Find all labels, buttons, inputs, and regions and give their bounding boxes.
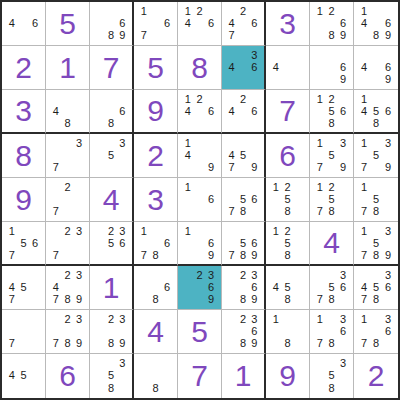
candidate-slot-8 (18, 249, 30, 261)
candidate-slot-7 (226, 338, 237, 350)
candidate-slot-1: 1 (358, 93, 370, 105)
candidate-slot-7: 7 (226, 206, 237, 218)
candidate-slot-9: 9 (249, 249, 260, 261)
candidate-slot-8: 8 (326, 30, 338, 42)
candidate-slot-1: 1 (314, 181, 326, 193)
candidate-slot-9 (73, 206, 85, 218)
candidate-slot-8 (18, 30, 30, 42)
cell-r7c4[interactable]: 68 (134, 266, 178, 310)
candidate-slot-4 (270, 325, 282, 337)
candidate-slot-9 (205, 206, 217, 218)
candidate-slot-3: 3 (337, 269, 349, 281)
candidate-slot-9 (117, 249, 128, 261)
cell-r8c6[interactable]: 23689 (222, 310, 266, 354)
candidate-slot-6 (337, 193, 349, 205)
candidate-slot-1: 1 (358, 5, 370, 17)
candidate-slot-1: 1 (182, 93, 194, 105)
cell-r8c1[interactable]: 7 (2, 310, 46, 354)
candidate-slot-2 (237, 49, 248, 61)
candidate-slot-3 (293, 225, 305, 237)
candidate-slot-9 (382, 294, 394, 306)
cell-r7c3[interactable]: 1 (90, 266, 134, 310)
candidate-slot-4 (94, 325, 105, 337)
candidate-slot-8: 8 (105, 30, 116, 42)
candidate-slot-9 (161, 249, 173, 261)
candidate-slot-1 (226, 225, 237, 237)
cell-r8c5[interactable]: 5 (178, 310, 222, 354)
candidate-slot-1 (314, 357, 326, 370)
cell-r1c2[interactable]: 5 (46, 2, 90, 46)
candidate-slot-6: 6 (249, 325, 260, 337)
candidate-slot-2: 2 (282, 181, 294, 193)
candidate-slot-8: 8 (326, 338, 338, 350)
candidate-slot-4: 4 (270, 281, 282, 293)
candidate-slot-1 (226, 137, 237, 149)
cell-r1c6[interactable]: 2467 (222, 2, 266, 46)
cell-r7c8[interactable]: 35678 (310, 266, 354, 310)
candidate-slot-9 (29, 382, 41, 395)
candidate-slot-1 (270, 269, 282, 281)
cell-r2c5[interactable]: 8 (178, 46, 222, 90)
candidate-slot-6: 6 (161, 237, 173, 249)
candidate-slot-6: 6 (161, 281, 173, 293)
cell-r6c1[interactable]: 1567 (2, 222, 46, 266)
cell-r2c4[interactable]: 5 (134, 46, 178, 90)
candidate-slot-5: 5 (18, 237, 30, 249)
cell-r3c5[interactable]: 1246 (178, 90, 222, 134)
candidate-slot-4 (138, 281, 150, 293)
candidate-slot-8: 8 (370, 249, 382, 261)
candidate-slot-6 (293, 281, 305, 293)
candidate-slot-2 (194, 181, 206, 193)
candidate-slot-5: 5 (370, 149, 382, 161)
cell-r5c8[interactable]: 12578 (310, 178, 354, 222)
cell-r8c3[interactable]: 2389 (90, 310, 134, 354)
candidate-slot-6: 6 (337, 325, 349, 337)
candidate-slot-6 (337, 149, 349, 161)
candidate-slot-8: 8 (150, 382, 162, 395)
candidate-slot-8: 8 (237, 249, 248, 261)
candidate-slot-1: 1 (314, 5, 326, 17)
candidate-slot-1 (226, 181, 237, 193)
cell-r3c2[interactable]: 48 (46, 90, 90, 134)
candidate-slot-2 (326, 313, 338, 325)
candidate-slot-9 (337, 117, 349, 129)
solved-digit: 3 (147, 185, 164, 215)
candidate-slot-8 (194, 162, 206, 174)
candidate-slot-3 (205, 181, 217, 193)
cell-r1c9[interactable]: 14689 (354, 2, 398, 46)
candidate-slot-6 (117, 149, 128, 161)
candidate-slot-9: 9 (382, 30, 394, 42)
candidate-slot-3 (205, 225, 217, 237)
candidate-slot-4: 4 (358, 281, 370, 293)
candidate-slot-2 (150, 5, 162, 17)
candidate-slot-3: 3 (249, 313, 260, 325)
candidate-slot-4 (358, 325, 370, 337)
candidate-slot-5: 5 (282, 237, 294, 249)
candidate-slot-9 (249, 30, 260, 42)
candidate-slot-4 (6, 237, 18, 249)
cell-r1c1[interactable]: 46 (2, 2, 46, 46)
candidate-slot-6: 6 (161, 17, 173, 29)
cell-r3c7[interactable]: 7 (266, 90, 310, 134)
candidate-slot-5 (370, 325, 382, 337)
cell-r9c6[interactable]: 1 (222, 354, 266, 398)
cell-r4c4[interactable]: 2 (134, 134, 178, 178)
cell-r5c2[interactable]: 27 (46, 178, 90, 222)
candidate-slot-2 (62, 93, 74, 105)
cell-r6c8[interactable]: 4 (310, 222, 354, 266)
cell-r5c6[interactable]: 5678 (222, 178, 266, 222)
candidate-slot-1 (6, 5, 18, 17)
cell-r2c3[interactable]: 7 (90, 46, 134, 90)
candidate-slot-1 (226, 5, 237, 17)
candidate-slot-2 (105, 93, 116, 105)
candidate-slot-8 (370, 162, 382, 174)
cell-r5c1[interactable]: 9 (2, 178, 46, 222)
candidate-slot-9 (337, 382, 349, 395)
candidate-slot-8: 8 (237, 294, 248, 306)
candidate-slot-6: 6 (205, 105, 217, 117)
cell-r3c4[interactable]: 9 (134, 90, 178, 134)
candidate-slot-8 (62, 206, 74, 218)
candidate-slot-3 (293, 49, 305, 61)
candidate-slot-2 (62, 137, 74, 149)
candidate-slot-1 (94, 5, 105, 17)
cell-r2c2[interactable]: 1 (46, 46, 90, 90)
cell-r2c8[interactable]: 69 (310, 46, 354, 90)
cell-r1c7[interactable]: 3 (266, 2, 310, 46)
candidate-slot-3: 3 (117, 357, 128, 370)
cell-r3c3[interactable]: 68 (90, 90, 134, 134)
cell-r4c6[interactable]: 4579 (222, 134, 266, 178)
candidate-slot-6 (73, 325, 85, 337)
candidate-slot-2 (18, 357, 30, 370)
candidate-slot-3: 3 (382, 225, 394, 237)
candidate-slot-3 (293, 313, 305, 325)
candidate-slot-4: 4 (6, 17, 18, 29)
cell-r6c3[interactable]: 2356 (90, 222, 134, 266)
candidate-slot-8: 8 (62, 117, 74, 129)
cell-r2c7[interactable]: 4 (266, 46, 310, 90)
candidate-slot-5 (370, 61, 382, 73)
candidate-slot-7 (6, 30, 18, 42)
candidate-slot-6: 6 (382, 105, 394, 117)
cell-r4c2[interactable]: 37 (46, 134, 90, 178)
candidate-slot-2: 2 (237, 93, 248, 105)
candidate-slot-5: 5 (370, 237, 382, 249)
candidate-slot-9 (382, 117, 394, 129)
candidate-slot-7 (358, 30, 370, 42)
candidate-slot-6: 6 (337, 105, 349, 117)
cell-r9c1[interactable]: 45 (2, 354, 46, 398)
cell-r3c6[interactable]: 246 (222, 90, 266, 134)
solved-digit: 2 (147, 141, 164, 171)
cell-r5c9[interactable]: 1578 (354, 178, 398, 222)
candidate-slot-7: 7 (6, 338, 18, 350)
candidate-slot-3 (337, 5, 349, 17)
candidate-slot-4: 4 (6, 281, 18, 293)
cell-r5c3[interactable]: 4 (90, 178, 134, 222)
candidate-slot-7: 7 (358, 338, 370, 350)
solved-digit: 7 (103, 53, 120, 83)
cell-r2c6[interactable]: 346 (222, 46, 266, 90)
candidate-slot-1 (6, 357, 18, 370)
candidate-slot-7: 7 (226, 30, 237, 42)
candidate-slot-4 (6, 325, 18, 337)
candidate-slot-9 (205, 30, 217, 42)
cell-r9c4[interactable]: 8 (134, 354, 178, 398)
cell-r8c7[interactable]: 18 (266, 310, 310, 354)
candidate-slot-7 (94, 338, 105, 350)
candidate-slot-9 (29, 338, 41, 350)
candidate-slot-8: 8 (282, 338, 294, 350)
candidate-slot-6: 6 (382, 17, 394, 29)
cell-r1c8[interactable]: 12689 (310, 2, 354, 46)
candidate-slot-5 (62, 237, 74, 249)
candidate-slot-1 (50, 269, 62, 281)
candidate-slot-8 (105, 162, 116, 174)
solved-digit: 2 (368, 361, 385, 391)
candidate-slot-6: 6 (249, 237, 260, 249)
cell-r8c4[interactable]: 4 (134, 310, 178, 354)
candidate-slot-6: 6 (205, 17, 217, 29)
cell-r6c6[interactable]: 56789 (222, 222, 266, 266)
cell-r3c1[interactable]: 3 (2, 90, 46, 134)
candidate-slot-1: 1 (270, 181, 282, 193)
candidate-slot-2: 2 (194, 93, 206, 105)
candidate-slot-4 (358, 149, 370, 161)
candidate-slot-4 (314, 17, 326, 29)
candidate-slot-7: 7 (50, 206, 62, 218)
cell-r9c2[interactable]: 6 (46, 354, 90, 398)
candidate-slot-4 (182, 193, 194, 205)
candidate-slot-1: 1 (138, 225, 150, 237)
candidate-slot-1: 1 (358, 313, 370, 325)
candidate-slot-5 (237, 281, 248, 293)
cell-r1c3[interactable]: 689 (90, 2, 134, 46)
cell-r6c9[interactable]: 135789 (354, 222, 398, 266)
candidate-slot-7 (358, 74, 370, 86)
candidate-slot-4 (94, 17, 105, 29)
cell-r4c9[interactable]: 13579 (354, 134, 398, 178)
candidate-slot-1 (226, 313, 237, 325)
cell-r7c1[interactable]: 457 (2, 266, 46, 310)
cell-r9c8[interactable]: 358 (310, 354, 354, 398)
candidate-slot-7 (94, 249, 105, 261)
candidate-slot-6: 6 (249, 281, 260, 293)
cell-r8c8[interactable]: 13678 (310, 310, 354, 354)
cell-r7c6[interactable]: 23689 (222, 266, 266, 310)
candidate-slot-9 (117, 162, 128, 174)
cell-r5c4[interactable]: 3 (134, 178, 178, 222)
candidate-slot-7: 7 (50, 249, 62, 261)
candidate-slot-9: 9 (249, 338, 260, 350)
candidate-slot-3 (337, 181, 349, 193)
candidate-slot-7 (270, 249, 282, 261)
candidate-slot-8: 8 (62, 294, 74, 306)
candidate-slot-5: 5 (105, 149, 116, 161)
cell-r4c3[interactable]: 35 (90, 134, 134, 178)
candidate-slot-9 (382, 338, 394, 350)
cell-r1c4[interactable]: 167 (134, 2, 178, 46)
cell-r2c1[interactable]: 2 (2, 46, 46, 90)
candidate-slot-3 (337, 49, 349, 61)
cell-r9c3[interactable]: 358 (90, 354, 134, 398)
candidate-slot-3 (161, 357, 173, 370)
candidate-slot-3 (73, 181, 85, 193)
cell-r7c5[interactable]: 2369 (178, 266, 222, 310)
solved-digit: 9 (15, 185, 32, 215)
candidate-slot-4 (226, 325, 237, 337)
candidate-slot-7: 7 (314, 338, 326, 350)
candidate-slot-2 (370, 269, 382, 281)
candidate-slot-3 (293, 269, 305, 281)
candidate-slot-4 (314, 105, 326, 117)
cell-r6c7[interactable]: 1258 (266, 222, 310, 266)
candidate-slot-6 (73, 281, 85, 293)
cell-r5c5[interactable]: 16 (178, 178, 222, 222)
candidate-slot-1 (314, 269, 326, 281)
candidate-slot-9 (161, 30, 173, 42)
candidate-slot-8 (105, 249, 116, 261)
candidate-slot-1: 1 (6, 225, 18, 237)
candidate-slot-6 (117, 325, 128, 337)
candidate-slot-5 (62, 149, 74, 161)
cell-r3c9[interactable]: 14568 (354, 90, 398, 134)
cell-r1c5[interactable]: 1246 (178, 2, 222, 46)
candidate-slot-6: 6 (205, 237, 217, 249)
candidate-slot-5 (237, 17, 248, 29)
solved-digit: 4 (103, 185, 120, 215)
candidate-slot-6 (117, 370, 128, 383)
candidate-slot-7 (270, 206, 282, 218)
cell-r4c1[interactable]: 8 (2, 134, 46, 178)
cell-r3c8[interactable]: 12568 (310, 90, 354, 134)
cell-r8c2[interactable]: 23789 (46, 310, 90, 354)
candidate-slot-5 (150, 281, 162, 293)
candidate-slot-3 (117, 5, 128, 17)
candidate-slot-8 (194, 294, 206, 306)
cell-r9c9[interactable]: 2 (354, 354, 398, 398)
solved-digit: 9 (279, 361, 296, 391)
candidate-slot-3 (29, 313, 41, 325)
candidate-slot-9 (293, 206, 305, 218)
candidate-slot-4 (358, 193, 370, 205)
candidate-slot-7 (94, 117, 105, 129)
candidate-slot-1 (226, 93, 237, 105)
candidate-slot-2: 2 (62, 313, 74, 325)
candidate-slot-7 (94, 162, 105, 174)
solved-digit: 1 (235, 361, 252, 391)
candidate-slot-5: 5 (370, 193, 382, 205)
candidate-slot-7: 7 (6, 249, 18, 261)
candidate-slot-6: 6 (337, 61, 349, 73)
candidate-slot-5 (194, 237, 206, 249)
candidate-slot-7 (314, 382, 326, 395)
candidate-slot-8: 8 (105, 338, 116, 350)
candidate-slot-4 (270, 193, 282, 205)
candidate-slot-4 (50, 193, 62, 205)
candidate-slot-8: 8 (326, 294, 338, 306)
candidate-slot-6 (73, 105, 85, 117)
candidate-slot-6 (382, 149, 394, 161)
solved-digit: 4 (323, 228, 340, 258)
candidate-slot-6 (29, 370, 41, 383)
candidate-slot-3 (29, 269, 41, 281)
candidate-slot-7: 7 (226, 162, 237, 174)
candidate-slot-1 (50, 137, 62, 149)
candidate-slot-1: 1 (270, 225, 282, 237)
cell-r9c5[interactable]: 7 (178, 354, 222, 398)
candidate-slot-8: 8 (237, 338, 248, 350)
candidate-slot-8 (194, 117, 206, 129)
cell-r8c9[interactable]: 13678 (354, 310, 398, 354)
candidate-slot-5 (237, 325, 248, 337)
candidate-slot-4 (226, 193, 237, 205)
candidate-slot-7 (314, 30, 326, 42)
candidate-slot-2 (194, 137, 206, 149)
candidate-slot-7 (226, 117, 237, 129)
candidate-slot-3: 3 (337, 137, 349, 149)
candidate-slot-5: 5 (282, 281, 294, 293)
candidate-slot-5: 5 (237, 237, 248, 249)
candidate-slot-8 (194, 206, 206, 218)
candidate-slot-2 (150, 269, 162, 281)
candidate-slot-1 (6, 269, 18, 281)
candidate-slot-3: 3 (205, 269, 217, 281)
cell-r7c9[interactable]: 345678 (354, 266, 398, 310)
candidate-slot-9 (73, 249, 85, 261)
candidate-slot-6: 6 (205, 281, 217, 293)
cell-r5c7[interactable]: 1258 (266, 178, 310, 222)
solved-digit: 7 (191, 361, 208, 391)
candidate-slot-1 (314, 49, 326, 61)
candidate-slot-9 (293, 74, 305, 86)
candidate-slot-8 (62, 162, 74, 174)
candidate-slot-3: 3 (117, 313, 128, 325)
candidate-slot-5: 5 (326, 193, 338, 205)
candidate-slot-7: 7 (358, 294, 370, 306)
candidate-slot-2 (370, 313, 382, 325)
cell-r2c9[interactable]: 469 (354, 46, 398, 90)
candidate-slot-7 (226, 74, 237, 86)
cell-r6c5[interactable]: 169 (178, 222, 222, 266)
sudoku-board: 4656891671246246731268914689217583464694… (0, 0, 400, 400)
cell-r6c2[interactable]: 237 (46, 222, 90, 266)
candidate-slot-1 (94, 225, 105, 237)
candidate-slot-4: 4 (358, 105, 370, 117)
candidate-slot-2: 2 (326, 181, 338, 193)
candidate-slot-5 (370, 17, 382, 29)
candidate-slot-4: 4 (50, 281, 62, 293)
candidate-slot-1 (270, 49, 282, 61)
cell-r4c7[interactable]: 6 (266, 134, 310, 178)
candidate-slot-9: 9 (382, 74, 394, 86)
candidate-slot-6: 6 (117, 105, 128, 117)
candidate-slot-8: 8 (150, 294, 162, 306)
cell-r4c8[interactable]: 13579 (310, 134, 354, 178)
candidate-slot-5: 5 (326, 281, 338, 293)
cell-r7c7[interactable]: 458 (266, 266, 310, 310)
cell-r4c5[interactable]: 149 (178, 134, 222, 178)
candidate-slot-6 (293, 237, 305, 249)
cell-r7c2[interactable]: 234789 (46, 266, 90, 310)
cell-r9c7[interactable]: 9 (266, 354, 310, 398)
cell-r6c4[interactable]: 1678 (134, 222, 178, 266)
candidate-slot-2 (237, 181, 248, 193)
